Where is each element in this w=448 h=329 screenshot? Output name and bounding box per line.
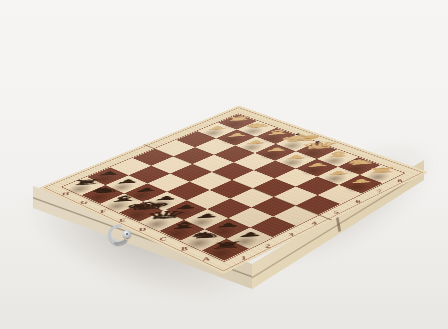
- piece-shadow: [338, 179, 376, 195]
- piece-glyph: ♟: [227, 230, 273, 239]
- piece-dark-pawn: ♟: [205, 221, 251, 230]
- piece-glyph: ♝: [160, 220, 207, 232]
- piece-dark-knight: ♞: [181, 229, 228, 241]
- rank-label-3: 3: [288, 232, 294, 237]
- rank-label-4: 4: [311, 220, 317, 225]
- square-a6: [318, 185, 362, 204]
- file-label-F: F: [99, 209, 105, 214]
- square-a1: [202, 239, 249, 261]
- piece-dark-bishop: ♝: [160, 220, 207, 232]
- file-label-C: C: [159, 236, 166, 242]
- piece-dark-pawn: ♟: [227, 230, 273, 239]
- piece-shadow: [200, 244, 241, 263]
- chessboard: ♜♞♟♝♟♚♟♛♟♝♟♞♟♟♜♟♟♜♟♟♞♟♝♟♚♟♛♟♝♟♞♜ HGFEDCB…: [39, 106, 429, 275]
- square-c5: [253, 178, 296, 197]
- board-frame: ♜♞♟♝♟♚♟♛♟♝♟♞♟♟♜♟♟♜♟♟♞♟♝♟♚♟♛♟♝♟♞♜ HGFEDCB…: [39, 106, 429, 275]
- piece-shadow: [225, 232, 266, 251]
- piece-glyph: ♟: [184, 211, 229, 220]
- file-label-H: H: [61, 191, 69, 196]
- square-a4: [273, 206, 318, 226]
- piece-dark-pawn: ♟: [184, 211, 229, 220]
- square-b3: [228, 207, 273, 227]
- square-b4: [251, 197, 295, 217]
- square-b5: [274, 187, 318, 206]
- square-c4: [230, 188, 274, 207]
- piece-shadow: [137, 215, 176, 233]
- board-perspective-wrapper: ♜♞♟♝♟♚♟♛♟♝♟♞♟♟♜♟♟♜♟♟♞♟♝♟♚♟♛♟♝♟♞♜ HGFEDCB…: [0, 0, 448, 329]
- square-d2: [163, 200, 207, 220]
- rank-label-2: 2: [265, 243, 271, 249]
- file-label-G: G: [80, 200, 88, 205]
- piece-glyph: ♟: [318, 169, 360, 177]
- square-a5: [296, 195, 340, 215]
- piece-dark-pawn: ♟: [164, 202, 209, 211]
- piece-shadow: [203, 223, 243, 241]
- piece-glyph: ♜: [203, 239, 251, 251]
- chess-set-photo: ♜♞♟♝♟♚♟♛♟♝♟♞♟♟♜♟♟♜♟♟♞♟♝♟♚♟♛♟♝♟♞♜ HGFEDCB…: [0, 0, 448, 329]
- piece-light-rook: ♜: [361, 165, 403, 175]
- square-d1: [139, 211, 183, 231]
- file-label-D: D: [138, 227, 145, 232]
- piece-shadow: [182, 214, 221, 232]
- piece-light-knight: ♞: [339, 157, 381, 167]
- square-a2: [226, 227, 272, 248]
- square-b1: [181, 229, 227, 250]
- rank-label-1: 1: [241, 255, 247, 261]
- square-e1: [120, 202, 164, 222]
- piece-glyph: ♜: [361, 165, 403, 175]
- file-label-B: B: [181, 246, 188, 252]
- piece-dark-queen: ♛: [140, 209, 187, 222]
- clasp-screw: [123, 230, 131, 238]
- rank-label-6: 6: [355, 199, 361, 204]
- file-label-A: A: [202, 256, 210, 262]
- clasp-latch: [106, 221, 136, 247]
- rank-label-5: 5: [333, 209, 339, 214]
- square-a3: [250, 216, 295, 237]
- finial-spike: [162, 209, 168, 211]
- rank-label-7: 7: [376, 188, 382, 193]
- piece-glyph: ♟: [340, 177, 383, 185]
- square-c1: [160, 220, 205, 241]
- square-b2: [205, 218, 250, 239]
- piece-shadow: [179, 234, 219, 253]
- piece-glyph: ♞: [181, 229, 228, 241]
- piece-light-pawn: ♟: [340, 177, 383, 185]
- piece-dark-king: ♚: [120, 199, 167, 213]
- piece-shadow: [161, 205, 200, 222]
- square-b6: [296, 177, 339, 196]
- piece-glyph: ♟: [164, 202, 209, 211]
- piece-dark-rook: ♜: [203, 239, 251, 251]
- square-c3: [207, 199, 251, 219]
- piece-glyph: ♟: [205, 221, 251, 230]
- rank-label-8: 8: [397, 178, 403, 183]
- piece-light-pawn: ♟: [318, 169, 360, 177]
- square-d4: [210, 180, 253, 199]
- piece-glyph: ♞: [339, 157, 381, 167]
- piece-glyph: ♛: [140, 209, 187, 222]
- square-c2: [184, 209, 229, 229]
- piece-shadow: [158, 224, 198, 242]
- square-d3: [187, 190, 230, 209]
